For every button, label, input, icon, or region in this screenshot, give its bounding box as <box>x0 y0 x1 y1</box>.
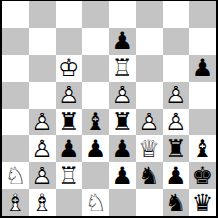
square-a1[interactable]: ♝♗ <box>2 189 29 216</box>
square-f3[interactable]: ♛♕ <box>136 135 163 162</box>
square-h2[interactable]: ♚ <box>189 162 216 189</box>
white-rook-outline: ♖ <box>58 163 80 187</box>
piece-white-pawn: ♟♙ <box>29 135 56 162</box>
piece-black-knight: ♞ <box>136 162 163 189</box>
white-pawn-outline: ♙ <box>31 136 53 160</box>
square-b7[interactable] <box>29 28 56 55</box>
square-f6[interactable] <box>136 55 163 82</box>
chess-board: ♟♚♔♜♖♟♟♙♟♙♟♙♟♙♜♝♜♟♙♟♙♟♙♟♟♟♛♕♜♝♞♘♟♙♜♖♟♞♟♚… <box>0 0 218 218</box>
white-pawn-outline: ♙ <box>58 83 80 107</box>
square-e2[interactable]: ♟ <box>109 162 136 189</box>
black-bishop-body: ♝ <box>85 109 107 133</box>
square-f5[interactable] <box>136 82 163 109</box>
piece-black-knight: ♞ <box>163 189 190 216</box>
square-d6[interactable] <box>82 55 109 82</box>
white-pawn-outline: ♙ <box>112 83 134 107</box>
square-e5[interactable]: ♟♙ <box>109 82 136 109</box>
piece-white-bishop: ♝♗ <box>29 189 56 216</box>
piece-white-pawn: ♟♙ <box>29 109 56 136</box>
square-c3[interactable]: ♟ <box>56 135 83 162</box>
square-h5[interactable] <box>189 82 216 109</box>
black-knight-body: ♞ <box>165 190 187 214</box>
square-h3[interactable]: ♝ <box>189 135 216 162</box>
piece-white-pawn: ♟♙ <box>136 109 163 136</box>
square-f1[interactable] <box>136 189 163 216</box>
white-king-outline: ♔ <box>58 56 80 80</box>
square-a6[interactable] <box>2 55 29 82</box>
square-b1[interactable]: ♝♗ <box>29 189 56 216</box>
square-c6[interactable]: ♚♔ <box>56 55 83 82</box>
piece-black-pawn: ♟ <box>163 162 190 189</box>
square-c4[interactable]: ♜ <box>56 109 83 136</box>
piece-black-bishop: ♝ <box>189 135 216 162</box>
square-h7[interactable] <box>189 28 216 55</box>
black-pawn-body: ♟ <box>85 136 107 160</box>
black-rook-body: ♜ <box>112 109 134 133</box>
piece-black-rook: ♜ <box>56 109 83 136</box>
square-a3[interactable] <box>2 135 29 162</box>
chess-diagram: ♟♚♔♜♖♟♟♙♟♙♟♙♟♙♜♝♜♟♙♟♙♟♙♟♟♟♛♕♜♝♞♘♟♙♜♖♟♞♟♚… <box>0 0 218 218</box>
piece-white-pawn: ♟♙ <box>29 162 56 189</box>
square-d4[interactable]: ♝ <box>82 109 109 136</box>
piece-white-knight: ♞♘ <box>2 162 29 189</box>
black-rook-body: ♜ <box>58 109 80 133</box>
square-g5[interactable]: ♟♙ <box>163 82 190 109</box>
square-g3[interactable]: ♜ <box>163 135 190 162</box>
black-queen-body: ♛ <box>192 190 214 214</box>
white-bishop-outline: ♗ <box>31 190 53 214</box>
piece-black-pawn: ♟ <box>109 28 136 55</box>
square-a5[interactable] <box>2 82 29 109</box>
square-d3[interactable]: ♟ <box>82 135 109 162</box>
square-h1[interactable]: ♛ <box>189 189 216 216</box>
square-c8[interactable] <box>56 1 83 28</box>
square-d1[interactable]: ♞♘ <box>82 189 109 216</box>
square-d8[interactable] <box>82 1 109 28</box>
black-pawn-body: ♟ <box>58 136 80 160</box>
square-d7[interactable] <box>82 28 109 55</box>
piece-black-queen: ♛ <box>189 189 216 216</box>
piece-black-pawn: ♟ <box>82 135 109 162</box>
square-d5[interactable] <box>82 82 109 109</box>
piece-white-knight: ♞♘ <box>82 189 109 216</box>
square-f2[interactable]: ♞ <box>136 162 163 189</box>
piece-white-king: ♚♔ <box>56 55 83 82</box>
square-b4[interactable]: ♟♙ <box>29 109 56 136</box>
square-e8[interactable] <box>109 1 136 28</box>
white-pawn-outline: ♙ <box>31 163 53 187</box>
white-knight-outline: ♘ <box>5 163 27 187</box>
square-g2[interactable]: ♟ <box>163 162 190 189</box>
black-bishop-body: ♝ <box>192 136 214 160</box>
piece-black-rook: ♜ <box>109 109 136 136</box>
piece-black-bishop: ♝ <box>82 109 109 136</box>
square-g4[interactable]: ♟♙ <box>163 109 190 136</box>
square-b5[interactable] <box>29 82 56 109</box>
piece-black-pawn: ♟ <box>109 162 136 189</box>
square-a7[interactable] <box>2 28 29 55</box>
square-g8[interactable] <box>163 1 190 28</box>
white-pawn-outline: ♙ <box>31 109 53 133</box>
square-b3[interactable]: ♟♙ <box>29 135 56 162</box>
piece-black-pawn: ♟ <box>189 55 216 82</box>
square-b8[interactable] <box>29 1 56 28</box>
square-g1[interactable]: ♞ <box>163 189 190 216</box>
piece-white-pawn: ♟♙ <box>56 82 83 109</box>
black-pawn-body: ♟ <box>112 136 134 160</box>
white-pawn-outline: ♙ <box>138 109 160 133</box>
square-g7[interactable] <box>163 28 190 55</box>
square-a8[interactable] <box>2 1 29 28</box>
piece-black-pawn: ♟ <box>109 135 136 162</box>
piece-white-pawn: ♟♙ <box>163 109 190 136</box>
white-knight-outline: ♘ <box>85 190 107 214</box>
white-bishop-outline: ♗ <box>5 190 27 214</box>
black-pawn-body: ♟ <box>165 163 187 187</box>
square-f7[interactable] <box>136 28 163 55</box>
piece-black-king: ♚ <box>189 162 216 189</box>
black-pawn-body: ♟ <box>112 29 134 53</box>
piece-white-pawn: ♟♙ <box>109 82 136 109</box>
piece-white-rook: ♜♖ <box>109 55 136 82</box>
square-b2[interactable]: ♟♙ <box>29 162 56 189</box>
piece-black-pawn: ♟ <box>56 135 83 162</box>
square-f8[interactable] <box>136 1 163 28</box>
square-d2[interactable] <box>82 162 109 189</box>
square-h4[interactable] <box>189 109 216 136</box>
black-pawn-body: ♟ <box>112 163 134 187</box>
square-e4[interactable]: ♜ <box>109 109 136 136</box>
square-e6[interactable]: ♜♖ <box>109 55 136 82</box>
square-h8[interactable] <box>189 1 216 28</box>
black-king-body: ♚ <box>192 163 214 187</box>
white-pawn-outline: ♙ <box>165 83 187 107</box>
square-c7[interactable] <box>56 28 83 55</box>
piece-white-rook: ♜♖ <box>56 162 83 189</box>
black-rook-body: ♜ <box>165 136 187 160</box>
piece-white-bishop: ♝♗ <box>2 189 29 216</box>
square-e3[interactable]: ♟ <box>109 135 136 162</box>
black-pawn-body: ♟ <box>192 56 214 80</box>
piece-white-queen: ♛♕ <box>136 135 163 162</box>
square-h6[interactable]: ♟ <box>189 55 216 82</box>
square-c5[interactable]: ♟♙ <box>56 82 83 109</box>
square-b6[interactable] <box>29 55 56 82</box>
white-rook-outline: ♖ <box>112 56 134 80</box>
square-a4[interactable] <box>2 109 29 136</box>
white-queen-outline: ♕ <box>138 136 160 160</box>
square-a2[interactable]: ♞♘ <box>2 162 29 189</box>
piece-white-pawn: ♟♙ <box>163 82 190 109</box>
square-e1[interactable] <box>109 189 136 216</box>
white-pawn-outline: ♙ <box>165 109 187 133</box>
piece-black-rook: ♜ <box>163 135 190 162</box>
black-knight-body: ♞ <box>138 163 160 187</box>
square-c1[interactable] <box>56 189 83 216</box>
square-c2[interactable]: ♜♖ <box>56 162 83 189</box>
square-e7[interactable]: ♟ <box>109 28 136 55</box>
square-g6[interactable] <box>163 55 190 82</box>
square-f4[interactable]: ♟♙ <box>136 109 163 136</box>
